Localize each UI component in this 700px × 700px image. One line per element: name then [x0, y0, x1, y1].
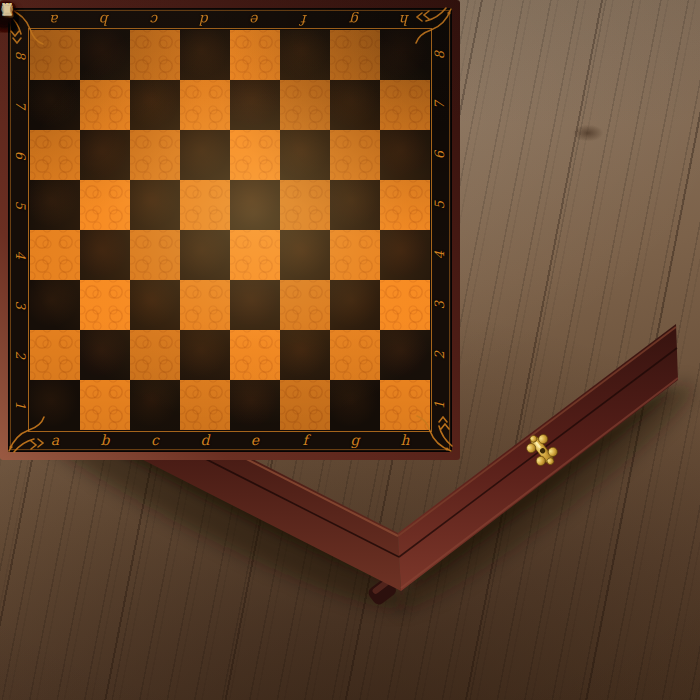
square-g8[interactable]: [330, 30, 380, 80]
square-f2[interactable]: [280, 330, 330, 380]
corner-ornament-near-a1: [3, 411, 49, 457]
rank-label-5-left: 5: [10, 197, 28, 213]
square-h4[interactable]: [380, 230, 430, 280]
square-b4[interactable]: [80, 230, 130, 280]
square-g2[interactable]: [330, 330, 380, 380]
square-b1[interactable]: [80, 380, 130, 430]
square-f6[interactable]: [280, 130, 330, 180]
square-a5[interactable]: [30, 180, 80, 230]
square-h6[interactable]: [380, 130, 430, 180]
rank-label-4-left: 4: [10, 247, 28, 263]
rank-label-5-right: 5: [432, 197, 450, 213]
file-label-f-far: f: [297, 10, 313, 28]
square-c7[interactable]: [130, 80, 180, 130]
file-label-d-near: d: [197, 432, 213, 450]
file-label-f-near: f: [297, 432, 313, 450]
file-label-b-near: b: [97, 432, 113, 450]
square-d1[interactable]: [180, 380, 230, 430]
square-a7[interactable]: [30, 80, 80, 130]
square-f8[interactable]: [280, 30, 330, 80]
square-a3[interactable]: [30, 280, 80, 330]
corner-ornament-far-h8: [411, 3, 457, 49]
file-label-a-far: a: [47, 10, 63, 28]
rank-label-2-right: 2: [432, 347, 450, 363]
square-e6[interactable]: [230, 130, 280, 180]
square-g6[interactable]: [330, 130, 380, 180]
photo-stage: aabbccddeeffgghh1122334455667788 ♜♞♝♚♛♝♞…: [0, 0, 700, 700]
square-f7[interactable]: [280, 80, 330, 130]
square-b2[interactable]: [80, 330, 130, 380]
square-f5[interactable]: [280, 180, 330, 230]
square-g1[interactable]: [330, 380, 380, 430]
square-c4[interactable]: [130, 230, 180, 280]
file-label-g-far: g: [347, 10, 363, 28]
square-h3[interactable]: [380, 280, 430, 330]
file-label-g-near: g: [347, 432, 363, 450]
square-d5[interactable]: [180, 180, 230, 230]
square-h5[interactable]: [380, 180, 430, 230]
rank-label-3-left: 3: [10, 297, 28, 313]
square-f1[interactable]: [280, 380, 330, 430]
flourish-icon: [3, 411, 49, 457]
rank-label-6-left: 6: [10, 147, 28, 163]
rank-label-7-left: 7: [10, 97, 28, 113]
rank-label-3-right: 3: [432, 297, 450, 313]
file-label-c-near: c: [147, 432, 163, 450]
rank-label-2-left: 2: [10, 347, 28, 363]
square-c1[interactable]: [130, 380, 180, 430]
rank-label-7-right: 7: [432, 97, 450, 113]
square-e8[interactable]: [230, 30, 280, 80]
square-g4[interactable]: [330, 230, 380, 280]
square-c6[interactable]: [130, 130, 180, 180]
square-d3[interactable]: [180, 280, 230, 330]
square-b6[interactable]: [80, 130, 130, 180]
square-h2[interactable]: [380, 330, 430, 380]
square-b3[interactable]: [80, 280, 130, 330]
square-e1[interactable]: [230, 380, 280, 430]
flourish-icon: [411, 3, 457, 49]
square-e3[interactable]: [230, 280, 280, 330]
square-g3[interactable]: [330, 280, 380, 330]
chess-board: aabbccddeeffgghh1122334455667788: [0, 0, 460, 460]
square-b7[interactable]: [80, 80, 130, 130]
file-label-e-far: e: [247, 10, 263, 28]
rank-label-4-right: 4: [432, 247, 450, 263]
square-c3[interactable]: [130, 280, 180, 330]
file-label-c-far: c: [147, 10, 163, 28]
square-a2[interactable]: [30, 330, 80, 380]
rook-glyph: ♜: [0, 0, 14, 19]
square-a4[interactable]: [30, 230, 80, 280]
square-h7[interactable]: [380, 80, 430, 130]
square-g7[interactable]: [330, 80, 380, 130]
square-f4[interactable]: [280, 230, 330, 280]
square-e5[interactable]: [230, 180, 280, 230]
square-e7[interactable]: [230, 80, 280, 130]
piece-white-rook-h1[interactable]: ♜: [0, 0, 14, 19]
square-c5[interactable]: [130, 180, 180, 230]
square-g5[interactable]: [330, 180, 380, 230]
square-d2[interactable]: [180, 330, 230, 380]
board-squares: [30, 30, 430, 430]
square-d4[interactable]: [180, 230, 230, 280]
square-b8[interactable]: [80, 30, 130, 80]
square-d6[interactable]: [180, 130, 230, 180]
flourish-icon: [411, 411, 457, 457]
file-label-b-far: b: [97, 10, 113, 28]
file-label-e-near: e: [247, 432, 263, 450]
square-d8[interactable]: [180, 30, 230, 80]
square-e4[interactable]: [230, 230, 280, 280]
square-f3[interactable]: [280, 280, 330, 330]
file-label-a-near: a: [47, 432, 63, 450]
rank-label-8-right: 8: [432, 47, 450, 63]
rank-label-8-left: 8: [10, 47, 28, 63]
file-label-d-far: d: [197, 10, 213, 28]
rank-label-6-right: 6: [432, 147, 450, 163]
square-e2[interactable]: [230, 330, 280, 380]
square-d7[interactable]: [180, 80, 230, 130]
square-c8[interactable]: [130, 30, 180, 80]
square-c2[interactable]: [130, 330, 180, 380]
corner-ornament-right-h1: [411, 411, 457, 457]
square-a6[interactable]: [30, 130, 80, 180]
square-b5[interactable]: [80, 180, 130, 230]
